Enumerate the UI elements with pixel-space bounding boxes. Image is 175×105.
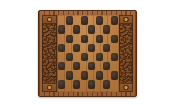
dark-square [103, 44, 110, 53]
board-cell[interactable] [58, 34, 66, 43]
dark-square [103, 25, 110, 34]
board-cell[interactable] [66, 53, 74, 62]
panel-medallion-bottom-left [42, 83, 57, 92]
board-cell[interactable] [81, 34, 89, 43]
board-cell[interactable] [111, 43, 119, 52]
board-cell[interactable] [66, 71, 74, 80]
page-background: { "game": "checkers / chess — empty carv… [0, 0, 175, 105]
board-cell[interactable] [66, 25, 74, 34]
board-cell[interactable] [96, 62, 104, 71]
wood-field [57, 15, 119, 92]
board-cell[interactable] [73, 53, 81, 62]
dark-square [81, 35, 88, 44]
dark-square [66, 71, 73, 80]
carved-panel-right [119, 15, 133, 92]
board-cell[interactable] [81, 16, 89, 25]
board-cell[interactable] [73, 25, 81, 34]
board-cell[interactable] [58, 53, 66, 62]
checkerboard [58, 16, 118, 89]
dark-square [111, 16, 118, 25]
board-cell[interactable] [111, 25, 119, 34]
dark-square [103, 80, 110, 89]
board-cell[interactable] [96, 53, 104, 62]
board-cell[interactable] [58, 16, 66, 25]
dark-square [58, 44, 65, 53]
dark-square [58, 62, 65, 71]
board-cell[interactable] [81, 53, 89, 62]
board-inner [42, 15, 133, 92]
board-cell[interactable] [66, 62, 74, 71]
dark-square [81, 53, 88, 62]
board-cell[interactable] [111, 62, 119, 71]
board-cell[interactable] [81, 43, 89, 52]
dark-square [111, 53, 118, 62]
board-cell[interactable] [88, 62, 96, 71]
dark-square [111, 35, 118, 44]
board-cell[interactable] [66, 80, 74, 89]
board-cell[interactable] [96, 71, 104, 80]
dark-square [103, 62, 110, 71]
dark-square [111, 71, 118, 80]
board-cell[interactable] [111, 80, 119, 89]
dark-square [73, 80, 80, 89]
board-cell[interactable] [103, 16, 111, 25]
floral-scroll-carving-right [119, 24, 133, 83]
board-cell[interactable] [66, 16, 74, 25]
dark-square [81, 71, 88, 80]
panel-medallion-top-left [42, 15, 57, 24]
board-cell[interactable] [81, 25, 89, 34]
dark-square [96, 16, 103, 25]
dark-square [58, 25, 65, 34]
dark-square [66, 53, 73, 62]
board-cell[interactable] [73, 80, 81, 89]
board-cell[interactable] [96, 34, 104, 43]
board-photo [38, 10, 137, 97]
board-cell[interactable] [58, 80, 66, 89]
board-cell[interactable] [96, 80, 104, 89]
dark-square [58, 80, 65, 89]
dark-square [73, 25, 80, 34]
board-cell[interactable] [66, 43, 74, 52]
board-cell[interactable] [103, 62, 111, 71]
dark-square [73, 62, 80, 71]
board-cell[interactable] [88, 34, 96, 43]
board-cell[interactable] [81, 80, 89, 89]
board-cell[interactable] [103, 43, 111, 52]
board-cell[interactable] [88, 16, 96, 25]
board-cell[interactable] [103, 53, 111, 62]
board-cell[interactable] [73, 71, 81, 80]
board-cell[interactable] [96, 16, 104, 25]
board-cell[interactable] [88, 53, 96, 62]
board-cell[interactable] [58, 43, 66, 52]
board-cell[interactable] [88, 43, 96, 52]
board-cell[interactable] [88, 25, 96, 34]
board-cell[interactable] [73, 34, 81, 43]
board-cell[interactable] [58, 62, 66, 71]
board-cell[interactable] [103, 34, 111, 43]
board-cell[interactable] [96, 25, 104, 34]
floral-scroll-carving-left [42, 24, 57, 83]
board-cell[interactable] [73, 43, 81, 52]
board-cell[interactable] [88, 71, 96, 80]
board-cell[interactable] [111, 16, 119, 25]
dark-square [66, 35, 73, 44]
board-cell[interactable] [58, 71, 66, 80]
board-cell[interactable] [96, 43, 104, 52]
dark-square [88, 25, 95, 34]
dark-square [96, 35, 103, 44]
board-cell[interactable] [103, 25, 111, 34]
board-cell[interactable] [88, 80, 96, 89]
dark-square [73, 44, 80, 53]
board-cell[interactable] [73, 62, 81, 71]
dark-square [88, 80, 95, 89]
panel-medallion-top-right [119, 15, 133, 24]
board-cell[interactable] [111, 34, 119, 43]
dark-square [88, 62, 95, 71]
dark-square [81, 16, 88, 25]
board-cell[interactable] [73, 16, 81, 25]
board-cell[interactable] [111, 53, 119, 62]
board-cell[interactable] [103, 71, 111, 80]
board-cell[interactable] [81, 62, 89, 71]
board-cell[interactable] [58, 25, 66, 34]
board-cell[interactable] [66, 34, 74, 43]
dark-square [88, 44, 95, 53]
dark-square [96, 53, 103, 62]
dark-square [66, 16, 73, 25]
board-cell[interactable] [111, 71, 119, 80]
dark-square [96, 71, 103, 80]
board-cell[interactable] [103, 80, 111, 89]
panel-medallion-bottom-right [119, 83, 133, 92]
board-cell[interactable] [81, 71, 89, 80]
carved-panel-left [42, 15, 57, 92]
